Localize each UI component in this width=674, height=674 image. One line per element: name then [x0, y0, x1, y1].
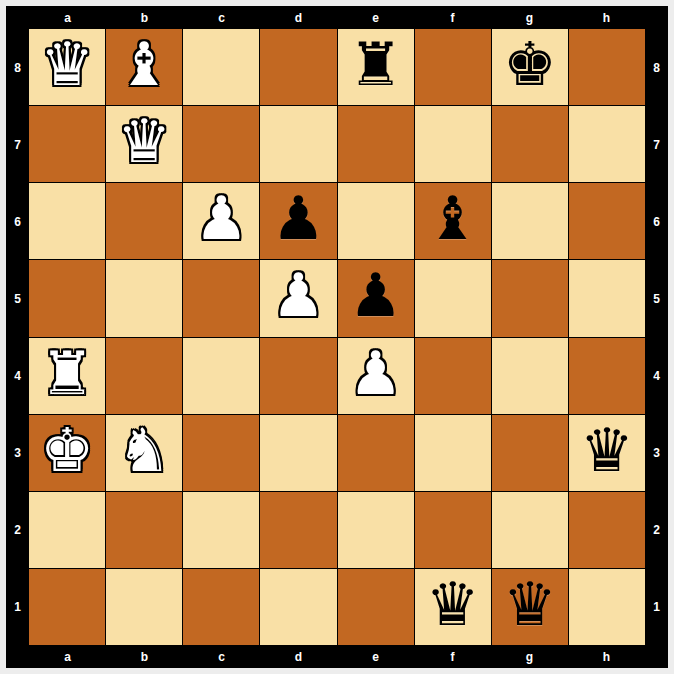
rank-label-7: 7: [6, 106, 29, 183]
file-label-g: g: [491, 645, 568, 668]
file-label-b: b: [106, 645, 183, 668]
square-d2[interactable]: [260, 492, 336, 568]
square-c8[interactable]: [183, 29, 259, 105]
piece-black-pawn[interactable]: ♟: [272, 188, 326, 248]
rank-label-3: 3: [645, 414, 668, 491]
square-a1[interactable]: [29, 569, 105, 645]
square-f2[interactable]: [415, 492, 491, 568]
piece-white-pawn[interactable]: ♟: [194, 188, 248, 248]
square-c7[interactable]: [183, 106, 259, 182]
piece-black-pawn[interactable]: ♟: [349, 265, 403, 325]
file-label-d: d: [260, 6, 337, 29]
square-h7[interactable]: [569, 106, 645, 182]
square-b7[interactable]: ♛: [106, 106, 182, 182]
rank-label-3: 3: [6, 414, 29, 491]
square-e6[interactable]: [338, 183, 414, 259]
rank-label-8: 8: [6, 29, 29, 106]
rank-label-8: 8: [645, 29, 668, 106]
square-h4[interactable]: [569, 338, 645, 414]
square-a2[interactable]: [29, 492, 105, 568]
square-g2[interactable]: [492, 492, 568, 568]
file-label-f: f: [414, 6, 491, 29]
file-label-h: h: [568, 6, 645, 29]
square-c4[interactable]: [183, 338, 259, 414]
square-c3[interactable]: [183, 415, 259, 491]
square-h8[interactable]: [569, 29, 645, 105]
square-h2[interactable]: [569, 492, 645, 568]
square-a4[interactable]: ♜: [29, 338, 105, 414]
square-a3[interactable]: ♚: [29, 415, 105, 491]
square-h6[interactable]: [569, 183, 645, 259]
square-e4[interactable]: ♟: [338, 338, 414, 414]
square-d7[interactable]: [260, 106, 336, 182]
square-a8[interactable]: ♛: [29, 29, 105, 105]
rank-label-4: 4: [645, 337, 668, 414]
square-e8[interactable]: ♜: [338, 29, 414, 105]
piece-white-king[interactable]: ♚: [40, 420, 94, 480]
piece-white-pawn[interactable]: ♟: [349, 343, 403, 403]
square-e1[interactable]: [338, 569, 414, 645]
file-label-a: a: [29, 645, 106, 668]
square-e2[interactable]: [338, 492, 414, 568]
square-f6[interactable]: ♝: [415, 183, 491, 259]
square-f5[interactable]: [415, 260, 491, 336]
piece-black-rook[interactable]: ♜: [349, 34, 403, 94]
square-h5[interactable]: [569, 260, 645, 336]
piece-white-bishop[interactable]: ♝: [117, 34, 171, 94]
file-label-c: c: [183, 6, 260, 29]
square-f8[interactable]: [415, 29, 491, 105]
square-b2[interactable]: [106, 492, 182, 568]
piece-black-king[interactable]: ♚: [503, 34, 557, 94]
square-b8[interactable]: ♝: [106, 29, 182, 105]
square-b6[interactable]: [106, 183, 182, 259]
file-labels-bottom: abcdefgh: [29, 645, 645, 668]
square-g4[interactable]: [492, 338, 568, 414]
square-d5[interactable]: ♟: [260, 260, 336, 336]
square-d6[interactable]: ♟: [260, 183, 336, 259]
rank-label-5: 5: [645, 260, 668, 337]
square-f3[interactable]: [415, 415, 491, 491]
rank-label-6: 6: [645, 183, 668, 260]
rank-label-1: 1: [6, 568, 29, 645]
square-g5[interactable]: [492, 260, 568, 336]
rank-label-7: 7: [645, 106, 668, 183]
square-e7[interactable]: [338, 106, 414, 182]
square-g1[interactable]: ♛: [492, 569, 568, 645]
file-label-a: a: [29, 6, 106, 29]
square-e5[interactable]: ♟: [338, 260, 414, 336]
file-label-g: g: [491, 6, 568, 29]
piece-white-knight[interactable]: ♞: [117, 420, 171, 480]
square-g8[interactable]: ♚: [492, 29, 568, 105]
rank-label-2: 2: [6, 491, 29, 568]
square-a7[interactable]: [29, 106, 105, 182]
rank-label-1: 1: [645, 568, 668, 645]
board-frame: abcdefgh 87654321 ♛♝♜♚♛♟♟♝♟♟♜♟♚♞♛♛♛ 8765…: [6, 6, 668, 668]
piece-black-queen[interactable]: ♛: [580, 420, 634, 480]
square-g3[interactable]: [492, 415, 568, 491]
square-g6[interactable]: [492, 183, 568, 259]
file-labels-top: abcdefgh: [29, 6, 645, 29]
file-label-e: e: [337, 6, 414, 29]
piece-white-queen[interactable]: ♛: [117, 111, 171, 171]
square-c5[interactable]: [183, 260, 259, 336]
square-c6[interactable]: ♟: [183, 183, 259, 259]
square-d8[interactable]: [260, 29, 336, 105]
file-label-d: d: [260, 645, 337, 668]
square-b1[interactable]: [106, 569, 182, 645]
piece-black-bishop[interactable]: ♝: [426, 188, 480, 248]
rank-labels-right: 87654321: [645, 29, 668, 645]
rank-label-5: 5: [6, 260, 29, 337]
square-f7[interactable]: [415, 106, 491, 182]
square-d1[interactable]: [260, 569, 336, 645]
square-a5[interactable]: [29, 260, 105, 336]
file-label-f: f: [414, 645, 491, 668]
square-c1[interactable]: [183, 569, 259, 645]
square-a6[interactable]: [29, 183, 105, 259]
square-h1[interactable]: [569, 569, 645, 645]
square-h3[interactable]: ♛: [569, 415, 645, 491]
square-b3[interactable]: ♞: [106, 415, 182, 491]
square-d3[interactable]: [260, 415, 336, 491]
piece-black-queen[interactable]: ♛: [426, 574, 480, 634]
square-b4[interactable]: [106, 338, 182, 414]
piece-white-queen[interactable]: ♛: [40, 34, 94, 94]
piece-black-queen[interactable]: ♛: [503, 574, 557, 634]
rank-label-2: 2: [645, 491, 668, 568]
file-label-h: h: [568, 645, 645, 668]
square-d4[interactable]: [260, 338, 336, 414]
piece-white-rook[interactable]: ♜: [40, 343, 94, 403]
square-e3[interactable]: [338, 415, 414, 491]
file-label-b: b: [106, 6, 183, 29]
file-label-e: e: [337, 645, 414, 668]
square-g7[interactable]: [492, 106, 568, 182]
rank-label-6: 6: [6, 183, 29, 260]
file-label-c: c: [183, 645, 260, 668]
rank-labels-left: 87654321: [6, 29, 29, 645]
piece-white-pawn[interactable]: ♟: [272, 265, 326, 325]
square-f1[interactable]: ♛: [415, 569, 491, 645]
square-b5[interactable]: [106, 260, 182, 336]
rank-label-4: 4: [6, 337, 29, 414]
chess-board[interactable]: ♛♝♜♚♛♟♟♝♟♟♜♟♚♞♛♛♛: [29, 29, 645, 645]
square-c2[interactable]: [183, 492, 259, 568]
square-f4[interactable]: [415, 338, 491, 414]
chess-screenshot: abcdefgh 87654321 ♛♝♜♚♛♟♟♝♟♟♜♟♚♞♛♛♛ 8765…: [0, 0, 674, 674]
